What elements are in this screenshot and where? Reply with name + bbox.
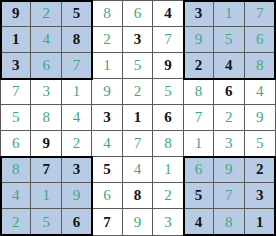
cell-r2c3[interactable]: 8 <box>62 27 92 53</box>
cell-r1c7[interactable]: 3 <box>184 1 214 27</box>
cell-r1c1[interactable]: 9 <box>1 1 31 27</box>
cell-r4c4[interactable]: 9 <box>92 79 122 105</box>
sudoku-board: 9258643171482379563671592487319258645843… <box>0 0 276 236</box>
cell-r2c2[interactable]: 4 <box>31 27 61 53</box>
cell-r8c6[interactable]: 2 <box>153 183 183 209</box>
cell-r7c8[interactable]: 9 <box>214 157 244 183</box>
cell-r6c3[interactable]: 2 <box>62 131 92 157</box>
cell-r6c1[interactable]: 6 <box>1 131 31 157</box>
cell-r4c7[interactable]: 8 <box>184 79 214 105</box>
cell-r3c7[interactable]: 2 <box>184 53 214 79</box>
cell-r4c5[interactable]: 2 <box>123 79 153 105</box>
cell-r9c7[interactable]: 4 <box>184 209 214 235</box>
cell-r7c2[interactable]: 7 <box>31 157 61 183</box>
cell-r9c8[interactable]: 8 <box>214 209 244 235</box>
cell-r7c3[interactable]: 3 <box>62 157 92 183</box>
cell-r3c3[interactable]: 7 <box>62 53 92 79</box>
cell-r5c5[interactable]: 1 <box>123 105 153 131</box>
cell-r9c9[interactable]: 1 <box>245 209 275 235</box>
cell-r7c7[interactable]: 6 <box>184 157 214 183</box>
cell-r3c2[interactable]: 6 <box>31 53 61 79</box>
cell-r1c9[interactable]: 7 <box>245 1 275 27</box>
cell-r8c3[interactable]: 9 <box>62 183 92 209</box>
cell-r5c2[interactable]: 8 <box>31 105 61 131</box>
cell-r8c8[interactable]: 7 <box>214 183 244 209</box>
cell-r3c6[interactable]: 9 <box>153 53 183 79</box>
cell-r9c4[interactable]: 7 <box>92 209 122 235</box>
cell-r8c9[interactable]: 3 <box>245 183 275 209</box>
cell-r6c5[interactable]: 7 <box>123 131 153 157</box>
cell-r9c3[interactable]: 6 <box>62 209 92 235</box>
cell-r2c8[interactable]: 5 <box>214 27 244 53</box>
cell-r6c9[interactable]: 5 <box>245 131 275 157</box>
cell-r7c1[interactable]: 8 <box>1 157 31 183</box>
cell-r2c7[interactable]: 9 <box>184 27 214 53</box>
cell-r2c6[interactable]: 7 <box>153 27 183 53</box>
cell-r3c8[interactable]: 4 <box>214 53 244 79</box>
cell-r3c9[interactable]: 8 <box>245 53 275 79</box>
cell-r5c3[interactable]: 4 <box>62 105 92 131</box>
cell-r2c4[interactable]: 2 <box>92 27 122 53</box>
cell-r5c9[interactable]: 9 <box>245 105 275 131</box>
cell-r6c7[interactable]: 1 <box>184 131 214 157</box>
cell-r5c8[interactable]: 2 <box>214 105 244 131</box>
cell-r4c8[interactable]: 6 <box>214 79 244 105</box>
cell-r8c4[interactable]: 6 <box>92 183 122 209</box>
cell-r1c2[interactable]: 2 <box>31 1 61 27</box>
cell-r4c6[interactable]: 5 <box>153 79 183 105</box>
cell-r1c4[interactable]: 8 <box>92 1 122 27</box>
cell-r9c1[interactable]: 2 <box>1 209 31 235</box>
cell-r1c5[interactable]: 6 <box>123 1 153 27</box>
cell-r7c6[interactable]: 1 <box>153 157 183 183</box>
cell-r7c4[interactable]: 5 <box>92 157 122 183</box>
cell-r4c1[interactable]: 7 <box>1 79 31 105</box>
cell-r5c4[interactable]: 3 <box>92 105 122 131</box>
sudoku-app: 9258643171482379563671592487319258645843… <box>0 0 276 236</box>
cell-r6c2[interactable]: 9 <box>31 131 61 157</box>
cell-r2c9[interactable]: 6 <box>245 27 275 53</box>
cell-r2c1[interactable]: 1 <box>1 27 31 53</box>
cell-r1c6[interactable]: 4 <box>153 1 183 27</box>
cell-r6c6[interactable]: 8 <box>153 131 183 157</box>
cell-r6c4[interactable]: 4 <box>92 131 122 157</box>
cell-r4c3[interactable]: 1 <box>62 79 92 105</box>
cell-r1c8[interactable]: 1 <box>214 1 244 27</box>
cell-r5c7[interactable]: 7 <box>184 105 214 131</box>
cell-r3c5[interactable]: 5 <box>123 53 153 79</box>
cell-r8c2[interactable]: 1 <box>31 183 61 209</box>
cell-r3c1[interactable]: 3 <box>1 53 31 79</box>
cell-r9c6[interactable]: 3 <box>153 209 183 235</box>
cell-r7c9[interactable]: 2 <box>245 157 275 183</box>
cell-r5c6[interactable]: 6 <box>153 105 183 131</box>
cell-r8c7[interactable]: 5 <box>184 183 214 209</box>
cell-r9c5[interactable]: 9 <box>123 209 153 235</box>
cell-r2c5[interactable]: 3 <box>123 27 153 53</box>
cell-r6c8[interactable]: 3 <box>214 131 244 157</box>
cell-r8c5[interactable]: 8 <box>123 183 153 209</box>
cell-r1c3[interactable]: 5 <box>62 1 92 27</box>
cell-r4c9[interactable]: 4 <box>245 79 275 105</box>
cell-r3c4[interactable]: 1 <box>92 53 122 79</box>
cell-r5c1[interactable]: 5 <box>1 105 31 131</box>
cell-r7c5[interactable]: 4 <box>123 157 153 183</box>
cell-r9c2[interactable]: 5 <box>31 209 61 235</box>
cell-r8c1[interactable]: 4 <box>1 183 31 209</box>
cell-r4c2[interactable]: 3 <box>31 79 61 105</box>
